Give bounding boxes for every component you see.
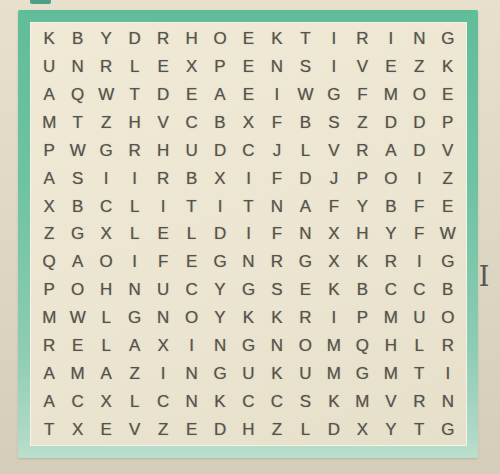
grid-cell[interactable]: V	[348, 53, 376, 81]
grid-cell[interactable]: Z	[434, 164, 462, 192]
grid-cell[interactable]: G	[434, 415, 462, 443]
grid-cell[interactable]: D	[320, 415, 348, 443]
grid-cell[interactable]: M	[35, 304, 63, 332]
grid-cell[interactable]: B	[63, 25, 91, 53]
grid-cell[interactable]: Z	[149, 415, 177, 443]
cutoff-top-element	[30, 0, 51, 4]
grid-cell[interactable]: M	[320, 332, 348, 360]
grid-cell[interactable]: C	[234, 136, 262, 164]
grid-cell[interactable]: C	[377, 276, 405, 304]
grid-cell[interactable]: L	[120, 192, 148, 220]
grid-cell[interactable]: H	[177, 25, 205, 53]
grid-cell[interactable]: D	[120, 25, 148, 53]
grid-cell[interactable]: G	[63, 220, 91, 248]
grid-cell[interactable]: I	[320, 25, 348, 53]
grid-cell[interactable]: N	[234, 248, 262, 276]
grid-cell[interactable]: F	[263, 220, 291, 248]
grid-cell[interactable]: N	[263, 192, 291, 220]
grid-cell[interactable]: I	[377, 25, 405, 53]
grid-cell[interactable]: K	[263, 304, 291, 332]
grid-cell[interactable]: A	[63, 248, 91, 276]
grid-cell[interactable]: X	[35, 192, 63, 220]
grid-cell[interactable]: W	[434, 220, 462, 248]
grid-cell[interactable]: X	[206, 164, 234, 192]
grid-cell[interactable]: R	[92, 53, 120, 81]
grid-cell[interactable]: N	[177, 359, 205, 387]
grid-cell[interactable]: D	[149, 81, 177, 109]
grid-cell[interactable]: Y	[377, 415, 405, 443]
grid-cell[interactable]: O	[206, 25, 234, 53]
grid-cell[interactable]: I	[120, 164, 148, 192]
board-panel: KBYDRHOEKTIRINGUNRLEXPENSIVEZKAQWTDEAEIW…	[30, 22, 467, 446]
grid-cell[interactable]: I	[177, 332, 205, 360]
grid-cell[interactable]: R	[377, 248, 405, 276]
grid-cell[interactable]: S	[63, 164, 91, 192]
grid-cell[interactable]: P	[434, 109, 462, 137]
grid-cell[interactable]: T	[234, 192, 262, 220]
grid-cell[interactable]: B	[63, 192, 91, 220]
grid-cell[interactable]: G	[206, 248, 234, 276]
grid-cell[interactable]: I	[149, 192, 177, 220]
grid-cell[interactable]: P	[35, 276, 63, 304]
grid-cell[interactable]: R	[35, 332, 63, 360]
grid-cell[interactable]: P	[35, 136, 63, 164]
grid-cell[interactable]: U	[35, 53, 63, 81]
grid-cell[interactable]: S	[291, 53, 319, 81]
grid-cell[interactable]: O	[377, 164, 405, 192]
grid-cell[interactable]: B	[377, 192, 405, 220]
grid-cell[interactable]: R	[348, 25, 376, 53]
grid-cell[interactable]: D	[405, 109, 433, 137]
grid-cell[interactable]: T	[405, 415, 433, 443]
word-search-grid: KBYDRHOEKTIRINGUNRLEXPENSIVEZKAQWTDEAEIW…	[35, 25, 462, 443]
grid-cell[interactable]: E	[377, 53, 405, 81]
grid-cell[interactable]: E	[434, 192, 462, 220]
grid-cell[interactable]: G	[92, 136, 120, 164]
grid-cell[interactable]: A	[291, 192, 319, 220]
grid-cell[interactable]: G	[434, 248, 462, 276]
grid-cell[interactable]: E	[234, 53, 262, 81]
grid-cell[interactable]: P	[206, 53, 234, 81]
grid-cell[interactable]: V	[320, 136, 348, 164]
grid-cell[interactable]: A	[35, 387, 63, 415]
grid-cell[interactable]: R	[120, 136, 148, 164]
grid-cell[interactable]: J	[263, 136, 291, 164]
grid-cell[interactable]: X	[320, 248, 348, 276]
grid-cell[interactable]: Q	[35, 248, 63, 276]
grid-cell[interactable]: M	[348, 387, 376, 415]
grid-cell[interactable]: Z	[92, 109, 120, 137]
grid-cell[interactable]: H	[92, 276, 120, 304]
grid-cell[interactable]: N	[263, 332, 291, 360]
grid-cell[interactable]: F	[348, 81, 376, 109]
grid-cell[interactable]: G	[234, 276, 262, 304]
grid-cell[interactable]: N	[149, 304, 177, 332]
grid-cell[interactable]: E	[63, 332, 91, 360]
grid-cell[interactable]: Z	[263, 415, 291, 443]
grid-cell[interactable]: J	[320, 164, 348, 192]
grid-cell[interactable]: U	[177, 136, 205, 164]
grid-cell[interactable]: Z	[35, 220, 63, 248]
grid-cell[interactable]: D	[405, 136, 433, 164]
grid-cell[interactable]: V	[377, 387, 405, 415]
grid-cell[interactable]: H	[120, 109, 148, 137]
grid-cell[interactable]: I	[405, 164, 433, 192]
grid-cell[interactable]: U	[291, 359, 319, 387]
grid-cell[interactable]: B	[177, 164, 205, 192]
grid-cell[interactable]: Z	[120, 359, 148, 387]
grid-cell[interactable]: I	[263, 81, 291, 109]
grid-cell[interactable]: H	[377, 332, 405, 360]
grid-cell[interactable]: G	[320, 81, 348, 109]
grid-cell[interactable]: Y	[92, 25, 120, 53]
grid-cell[interactable]: B	[434, 276, 462, 304]
grid-cell[interactable]: C	[177, 109, 205, 137]
grid-cell[interactable]: O	[63, 276, 91, 304]
grid-cell[interactable]: T	[177, 192, 205, 220]
grid-cell[interactable]: B	[291, 109, 319, 137]
grid-cell[interactable]: F	[405, 220, 433, 248]
grid-cell[interactable]: K	[35, 25, 63, 53]
grid-cell[interactable]: O	[291, 332, 319, 360]
grid-cell[interactable]: O	[92, 248, 120, 276]
grid-cell[interactable]: R	[263, 248, 291, 276]
grid-cell[interactable]: L	[177, 220, 205, 248]
grid-cell[interactable]: E	[149, 53, 177, 81]
grid-cell[interactable]: F	[405, 192, 433, 220]
grid-cell[interactable]: T	[291, 25, 319, 53]
grid-cell[interactable]: C	[263, 387, 291, 415]
grid-cell[interactable]: L	[92, 304, 120, 332]
grid-cell[interactable]: K	[206, 387, 234, 415]
grid-cell[interactable]: I	[92, 164, 120, 192]
grid-cell[interactable]: Z	[405, 53, 433, 81]
grid-cell[interactable]: U	[405, 304, 433, 332]
grid-cell[interactable]: X	[348, 415, 376, 443]
grid-cell[interactable]: P	[348, 164, 376, 192]
grid-cell[interactable]: C	[405, 276, 433, 304]
grid-cell[interactable]: N	[120, 276, 148, 304]
grid-cell[interactable]: M	[63, 359, 91, 387]
grid-cell[interactable]: A	[206, 81, 234, 109]
grid-cell[interactable]: L	[405, 332, 433, 360]
grid-cell[interactable]: C	[234, 387, 262, 415]
grid-cell[interactable]: C	[92, 192, 120, 220]
grid-cell[interactable]: A	[35, 164, 63, 192]
grid-cell[interactable]: M	[35, 109, 63, 137]
grid-cell[interactable]: L	[120, 387, 148, 415]
grid-cell[interactable]: H	[149, 136, 177, 164]
grid-cell[interactable]: X	[320, 220, 348, 248]
grid-cell[interactable]: A	[120, 332, 148, 360]
grid-cell[interactable]: F	[320, 192, 348, 220]
grid-cell[interactable]: I	[405, 248, 433, 276]
grid-cell[interactable]: R	[348, 136, 376, 164]
grid-cell[interactable]: K	[320, 276, 348, 304]
grid-cell[interactable]: L	[291, 136, 319, 164]
grid-cell[interactable]: X	[92, 220, 120, 248]
grid-cell[interactable]: W	[92, 81, 120, 109]
grid-cell[interactable]: N	[206, 332, 234, 360]
grid-cell[interactable]: L	[120, 53, 148, 81]
grid-cell[interactable]: I	[234, 164, 262, 192]
grid-cell[interactable]: I	[434, 359, 462, 387]
grid-cell[interactable]: B	[348, 276, 376, 304]
grid-cell[interactable]: W	[291, 81, 319, 109]
grid-cell[interactable]: C	[177, 276, 205, 304]
grid-cell[interactable]: A	[35, 359, 63, 387]
grid-cell[interactable]: R	[405, 387, 433, 415]
grid-cell[interactable]: E	[434, 81, 462, 109]
grid-cell[interactable]: I	[320, 304, 348, 332]
grid-cell[interactable]: C	[149, 387, 177, 415]
grid-cell[interactable]: K	[263, 25, 291, 53]
grid-cell[interactable]: B	[206, 109, 234, 137]
grid-cell[interactable]: D	[291, 164, 319, 192]
text-ibeam-cursor-icon: I	[477, 262, 491, 292]
grid-cell[interactable]: L	[291, 415, 319, 443]
grid-cell[interactable]: Y	[348, 192, 376, 220]
grid-cell[interactable]: G	[434, 25, 462, 53]
grid-cell[interactable]: N	[263, 53, 291, 81]
grid-cell[interactable]: E	[149, 220, 177, 248]
grid-cell[interactable]: R	[149, 25, 177, 53]
grid-cell[interactable]: N	[405, 25, 433, 53]
board-frame: KBYDRHOEKTIRINGUNRLEXPENSIVEZKAQWTDEAEIW…	[18, 10, 478, 458]
grid-cell[interactable]: S	[320, 109, 348, 137]
grid-cell[interactable]: A	[92, 359, 120, 387]
grid-cell[interactable]: E	[177, 248, 205, 276]
grid-cell[interactable]: E	[92, 415, 120, 443]
grid-cell[interactable]: R	[291, 304, 319, 332]
grid-cell[interactable]: M	[377, 304, 405, 332]
grid-cell[interactable]: O	[434, 304, 462, 332]
grid-cell[interactable]: D	[206, 415, 234, 443]
grid-cell[interactable]: I	[120, 248, 148, 276]
grid-cell[interactable]: V	[149, 109, 177, 137]
grid-cell[interactable]: M	[377, 359, 405, 387]
grid-cell[interactable]: X	[149, 332, 177, 360]
grid-cell[interactable]: W	[63, 304, 91, 332]
grid-cell[interactable]: D	[206, 136, 234, 164]
grid-cell[interactable]: R	[434, 332, 462, 360]
grid-cell[interactable]: A	[35, 81, 63, 109]
grid-cell[interactable]: L	[120, 220, 148, 248]
grid-cell[interactable]: E	[177, 81, 205, 109]
grid-cell[interactable]: Q	[348, 332, 376, 360]
grid-cell[interactable]: X	[63, 415, 91, 443]
grid-cell[interactable]: K	[348, 248, 376, 276]
grid-cell[interactable]: I	[206, 192, 234, 220]
grid-cell[interactable]: Q	[63, 81, 91, 109]
grid-cell[interactable]: G	[120, 304, 148, 332]
grid-cell[interactable]: U	[149, 276, 177, 304]
grid-cell[interactable]: W	[63, 136, 91, 164]
grid-cell[interactable]: T	[120, 81, 148, 109]
grid-cell[interactable]: D	[377, 109, 405, 137]
grid-cell[interactable]: E	[234, 25, 262, 53]
grid-cell[interactable]: G	[234, 332, 262, 360]
grid-cell[interactable]: N	[434, 387, 462, 415]
grid-cell[interactable]: F	[149, 248, 177, 276]
grid-cell[interactable]: A	[377, 136, 405, 164]
grid-cell[interactable]: P	[348, 304, 376, 332]
grid-cell[interactable]: G	[206, 359, 234, 387]
grid-cell[interactable]: E	[234, 81, 262, 109]
grid-cell[interactable]: Y	[206, 304, 234, 332]
grid-cell[interactable]: I	[320, 53, 348, 81]
grid-cell[interactable]: K	[263, 359, 291, 387]
grid-cell[interactable]: X	[92, 387, 120, 415]
grid-cell[interactable]: T	[63, 109, 91, 137]
grid-cell[interactable]: T	[35, 415, 63, 443]
grid-cell[interactable]: M	[377, 81, 405, 109]
grid-cell[interactable]: F	[263, 164, 291, 192]
grid-cell[interactable]: C	[63, 387, 91, 415]
grid-cell[interactable]: O	[405, 81, 433, 109]
grid-cell[interactable]: E	[291, 276, 319, 304]
grid-cell[interactable]: N	[177, 387, 205, 415]
grid-cell[interactable]: V	[434, 136, 462, 164]
grid-cell[interactable]: K	[234, 304, 262, 332]
grid-cell[interactable]: K	[320, 387, 348, 415]
grid-cell[interactable]: K	[434, 53, 462, 81]
grid-cell[interactable]: G	[291, 248, 319, 276]
grid-cell[interactable]: X	[177, 53, 205, 81]
grid-cell[interactable]: Y	[206, 276, 234, 304]
grid-cell[interactable]: F	[263, 109, 291, 137]
grid-cell[interactable]: I	[149, 359, 177, 387]
grid-cell[interactable]: U	[234, 359, 262, 387]
grid-cell[interactable]: T	[405, 359, 433, 387]
grid-cell[interactable]: E	[177, 415, 205, 443]
grid-cell[interactable]: D	[206, 220, 234, 248]
grid-cell[interactable]: Y	[377, 220, 405, 248]
grid-cell[interactable]: G	[348, 359, 376, 387]
grid-cell[interactable]: O	[177, 304, 205, 332]
grid-cell[interactable]: N	[63, 53, 91, 81]
grid-cell[interactable]: H	[348, 220, 376, 248]
grid-cell[interactable]: I	[234, 220, 262, 248]
grid-cell[interactable]: S	[263, 276, 291, 304]
grid-cell[interactable]: V	[120, 415, 148, 443]
grid-cell[interactable]: Z	[348, 109, 376, 137]
grid-cell[interactable]: N	[291, 220, 319, 248]
grid-cell[interactable]: S	[291, 387, 319, 415]
grid-cell[interactable]: X	[234, 109, 262, 137]
grid-cell[interactable]: R	[149, 164, 177, 192]
grid-cell[interactable]: M	[320, 359, 348, 387]
grid-cell[interactable]: H	[234, 415, 262, 443]
grid-cell[interactable]: L	[92, 332, 120, 360]
